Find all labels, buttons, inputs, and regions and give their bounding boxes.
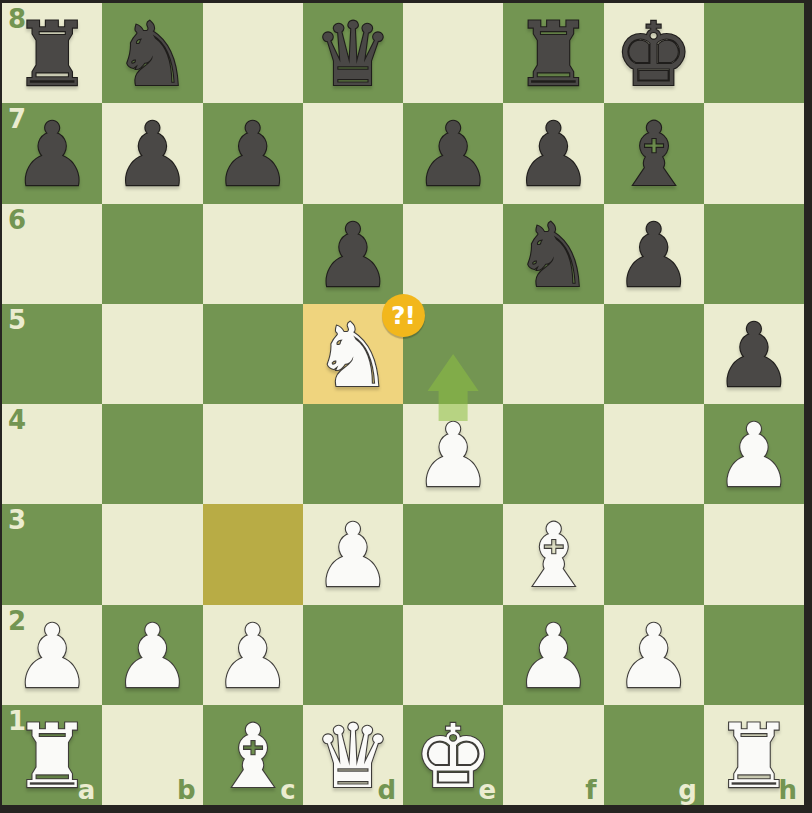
square-d3[interactable]: ♟: [303, 504, 403, 604]
piece-black-knight[interactable]: ♞: [514, 212, 593, 300]
square-c6[interactable]: [203, 204, 303, 304]
piece-white-pawn[interactable]: ♟: [514, 613, 593, 701]
piece-black-pawn[interactable]: ♟: [213, 111, 292, 199]
chess-app-window: 8♜♞♛♜♚7♟♟♟♟♟♝6♟♞♟5♞♟4♟♟3♟♝2♟♟♟♟♟1a♜bc♝d♛…: [0, 0, 812, 813]
piece-white-pawn[interactable]: ♟: [313, 512, 392, 600]
move-classification-glyph: ?!: [391, 303, 415, 328]
square-d8[interactable]: ♛: [303, 3, 403, 103]
square-e4[interactable]: ♟: [403, 404, 503, 504]
square-g7[interactable]: ♝: [604, 103, 704, 203]
square-g3[interactable]: [604, 504, 704, 604]
square-a8[interactable]: 8♜: [2, 3, 102, 103]
piece-white-pawn[interactable]: ♟: [213, 613, 292, 701]
piece-black-queen[interactable]: ♛: [313, 11, 392, 99]
rank-label-5: 5: [8, 307, 26, 333]
piece-black-pawn[interactable]: ♟: [514, 111, 593, 199]
square-c4[interactable]: [203, 404, 303, 504]
piece-black-pawn[interactable]: ♟: [414, 111, 493, 199]
piece-black-pawn[interactable]: ♟: [313, 212, 392, 300]
file-label-g: g: [678, 777, 697, 803]
piece-white-pawn[interactable]: ♟: [714, 412, 793, 500]
piece-black-knight[interactable]: ♞: [113, 11, 192, 99]
square-b8[interactable]: ♞: [102, 3, 202, 103]
move-classification-badge: ?!: [382, 294, 425, 337]
square-g4[interactable]: [604, 404, 704, 504]
square-h8[interactable]: [704, 3, 804, 103]
square-g2[interactable]: ♟: [604, 605, 704, 705]
piece-white-rook[interactable]: ♜: [13, 713, 92, 801]
piece-black-pawn[interactable]: ♟: [13, 111, 92, 199]
file-label-b: b: [177, 777, 196, 803]
square-c3[interactable]: [203, 504, 303, 604]
square-h7[interactable]: [704, 103, 804, 203]
square-a3[interactable]: 3: [2, 504, 102, 604]
square-a7[interactable]: 7♟: [2, 103, 102, 203]
piece-white-pawn[interactable]: ♟: [13, 613, 92, 701]
piece-black-pawn[interactable]: ♟: [113, 111, 192, 199]
chess-board: 8♜♞♛♜♚7♟♟♟♟♟♝6♟♞♟5♞♟4♟♟3♟♝2♟♟♟♟♟1a♜bc♝d♛…: [2, 3, 804, 805]
square-e3[interactable]: [403, 504, 503, 604]
square-b2[interactable]: ♟: [102, 605, 202, 705]
square-b4[interactable]: [102, 404, 202, 504]
square-a5[interactable]: 5: [2, 304, 102, 404]
piece-white-pawn[interactable]: ♟: [414, 412, 493, 500]
piece-white-knight[interactable]: ♞: [313, 312, 392, 400]
square-a6[interactable]: 6: [2, 204, 102, 304]
square-f5[interactable]: [503, 304, 603, 404]
piece-white-king[interactable]: ♚: [414, 713, 493, 801]
rank-label-6: 6: [8, 207, 26, 233]
piece-black-pawn[interactable]: ♟: [614, 212, 693, 300]
square-h4[interactable]: ♟: [704, 404, 804, 504]
square-h3[interactable]: [704, 504, 804, 604]
square-d6[interactable]: ♟: [303, 204, 403, 304]
square-b6[interactable]: [102, 204, 202, 304]
square-c8[interactable]: [203, 3, 303, 103]
square-b1[interactable]: b: [102, 705, 202, 805]
square-d7[interactable]: [303, 103, 403, 203]
square-h1[interactable]: h♜: [704, 705, 804, 805]
square-d2[interactable]: [303, 605, 403, 705]
square-g5[interactable]: [604, 304, 704, 404]
square-g1[interactable]: g: [604, 705, 704, 805]
square-a1[interactable]: 1a♜: [2, 705, 102, 805]
piece-white-pawn[interactable]: ♟: [614, 613, 693, 701]
piece-black-king[interactable]: ♚: [614, 11, 693, 99]
square-e2[interactable]: [403, 605, 503, 705]
piece-black-rook[interactable]: ♜: [514, 11, 593, 99]
square-a4[interactable]: 4: [2, 404, 102, 504]
square-f4[interactable]: [503, 404, 603, 504]
square-h2[interactable]: [704, 605, 804, 705]
square-d4[interactable]: [303, 404, 403, 504]
square-h6[interactable]: [704, 204, 804, 304]
rank-label-4: 4: [8, 407, 26, 433]
piece-white-bishop[interactable]: ♝: [514, 512, 593, 600]
square-e7[interactable]: ♟: [403, 103, 503, 203]
square-f1[interactable]: f: [503, 705, 603, 805]
square-f7[interactable]: ♟: [503, 103, 603, 203]
file-label-f: f: [585, 777, 596, 803]
piece-white-pawn[interactable]: ♟: [113, 613, 192, 701]
square-f2[interactable]: ♟: [503, 605, 603, 705]
square-a2[interactable]: 2♟: [2, 605, 102, 705]
square-c7[interactable]: ♟: [203, 103, 303, 203]
square-e8[interactable]: [403, 3, 503, 103]
piece-white-rook[interactable]: ♜: [714, 713, 793, 801]
piece-white-queen[interactable]: ♛: [313, 713, 392, 801]
square-h5[interactable]: ♟: [704, 304, 804, 404]
square-f3[interactable]: ♝: [503, 504, 603, 604]
square-c1[interactable]: c♝: [203, 705, 303, 805]
piece-white-bishop[interactable]: ♝: [213, 713, 292, 801]
square-f8[interactable]: ♜: [503, 3, 603, 103]
square-g6[interactable]: ♟: [604, 204, 704, 304]
square-c2[interactable]: ♟: [203, 605, 303, 705]
square-e6[interactable]: [403, 204, 503, 304]
piece-black-rook[interactable]: ♜: [13, 11, 92, 99]
piece-black-bishop[interactable]: ♝: [614, 111, 693, 199]
square-f6[interactable]: ♞: [503, 204, 603, 304]
piece-black-pawn[interactable]: ♟: [714, 312, 793, 400]
square-b3[interactable]: [102, 504, 202, 604]
rank-label-3: 3: [8, 507, 26, 533]
square-b5[interactable]: [102, 304, 202, 404]
square-d1[interactable]: d♛: [303, 705, 403, 805]
square-e1[interactable]: e♚: [403, 705, 503, 805]
square-b7[interactable]: ♟: [102, 103, 202, 203]
square-g8[interactable]: ♚: [604, 3, 704, 103]
square-c5[interactable]: [203, 304, 303, 404]
